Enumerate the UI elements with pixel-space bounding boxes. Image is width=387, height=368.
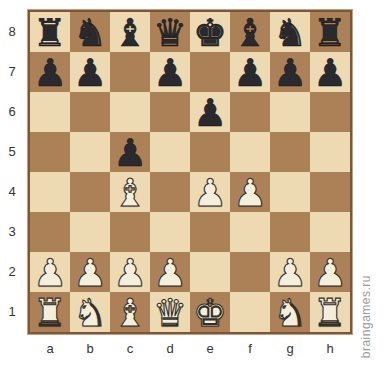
piece-white-pawn[interactable]: ♟: [230, 172, 270, 212]
square-c1[interactable]: ♝: [110, 292, 150, 332]
square-c5[interactable]: ♟: [110, 132, 150, 172]
square-e1[interactable]: ♚: [190, 292, 230, 332]
chess-app: 87654321 ♜♞♝♛♚♝♞♜♟♟♟♟♟♟♟♟♝♟♟♟♟♟♟♟♟♜♞♝♛♚♞…: [0, 0, 387, 368]
square-e4[interactable]: ♟: [190, 172, 230, 212]
square-g3[interactable]: [270, 212, 310, 252]
square-b2[interactable]: ♟: [70, 252, 110, 292]
square-b4[interactable]: [70, 172, 110, 212]
square-a8[interactable]: ♜: [30, 12, 70, 52]
piece-black-knight[interactable]: ♞: [270, 12, 310, 52]
square-a7[interactable]: ♟: [30, 52, 70, 92]
file-labels: abcdefgh: [30, 340, 350, 358]
piece-white-bishop[interactable]: ♝: [110, 172, 150, 212]
piece-white-queen[interactable]: ♛: [150, 292, 190, 332]
square-a6[interactable]: [30, 92, 70, 132]
square-c6[interactable]: [110, 92, 150, 132]
piece-white-pawn[interactable]: ♟: [150, 252, 190, 292]
square-f5[interactable]: [230, 132, 270, 172]
square-f3[interactable]: [230, 212, 270, 252]
piece-black-pawn[interactable]: ♟: [230, 52, 270, 92]
piece-white-pawn[interactable]: ♟: [110, 252, 150, 292]
square-h7[interactable]: ♟: [310, 52, 350, 92]
piece-black-pawn[interactable]: ♟: [270, 52, 310, 92]
piece-black-knight[interactable]: ♞: [70, 12, 110, 52]
file-label-c: c: [110, 340, 150, 358]
square-h6[interactable]: [310, 92, 350, 132]
file-label-g: g: [270, 340, 310, 358]
rank-label-6: 6: [0, 92, 24, 132]
chess-board: ♜♞♝♛♚♝♞♜♟♟♟♟♟♟♟♟♝♟♟♟♟♟♟♟♟♜♞♝♛♚♞♜: [30, 12, 350, 332]
square-a3[interactable]: [30, 212, 70, 252]
piece-white-knight[interactable]: ♞: [70, 292, 110, 332]
file-label-a: a: [30, 340, 70, 358]
square-g4[interactable]: [270, 172, 310, 212]
square-d3[interactable]: [150, 212, 190, 252]
square-g6[interactable]: [270, 92, 310, 132]
square-b5[interactable]: [70, 132, 110, 172]
square-b3[interactable]: [70, 212, 110, 252]
piece-white-pawn[interactable]: ♟: [270, 252, 310, 292]
square-c4[interactable]: ♝: [110, 172, 150, 212]
piece-white-rook[interactable]: ♜: [30, 292, 70, 332]
square-h4[interactable]: [310, 172, 350, 212]
square-d1[interactable]: ♛: [150, 292, 190, 332]
rank-label-8: 8: [0, 12, 24, 52]
rank-label-4: 4: [0, 172, 24, 212]
square-f1[interactable]: [230, 292, 270, 332]
square-h1[interactable]: ♜: [310, 292, 350, 332]
square-f6[interactable]: [230, 92, 270, 132]
piece-black-pawn[interactable]: ♟: [150, 52, 190, 92]
piece-black-rook[interactable]: ♜: [30, 12, 70, 52]
square-h5[interactable]: [310, 132, 350, 172]
piece-white-knight[interactable]: ♞: [270, 292, 310, 332]
piece-white-pawn[interactable]: ♟: [310, 252, 350, 292]
square-a2[interactable]: ♟: [30, 252, 70, 292]
rank-label-1: 1: [0, 292, 24, 332]
square-h8[interactable]: ♜: [310, 12, 350, 52]
square-a5[interactable]: [30, 132, 70, 172]
square-g7[interactable]: ♟: [270, 52, 310, 92]
square-e2[interactable]: [190, 252, 230, 292]
square-h3[interactable]: [310, 212, 350, 252]
piece-black-king[interactable]: ♚: [190, 12, 230, 52]
square-g1[interactable]: ♞: [270, 292, 310, 332]
square-g8[interactable]: ♞: [270, 12, 310, 52]
file-label-h: h: [310, 340, 350, 358]
piece-white-pawn[interactable]: ♟: [70, 252, 110, 292]
file-label-e: e: [190, 340, 230, 358]
square-b8[interactable]: ♞: [70, 12, 110, 52]
square-f2[interactable]: [230, 252, 270, 292]
square-h2[interactable]: ♟: [310, 252, 350, 292]
piece-black-pawn[interactable]: ♟: [70, 52, 110, 92]
piece-black-bishop[interactable]: ♝: [110, 12, 150, 52]
square-b7[interactable]: ♟: [70, 52, 110, 92]
piece-white-rook[interactable]: ♜: [310, 292, 350, 332]
piece-black-bishop[interactable]: ♝: [230, 12, 270, 52]
square-a4[interactable]: [30, 172, 70, 212]
piece-white-pawn[interactable]: ♟: [190, 172, 230, 212]
piece-white-bishop[interactable]: ♝: [110, 292, 150, 332]
square-d2[interactable]: ♟: [150, 252, 190, 292]
board-frame: ♜♞♝♛♚♝♞♜♟♟♟♟♟♟♟♟♝♟♟♟♟♟♟♟♟♜♞♝♛♚♞♜: [28, 10, 352, 334]
square-b1[interactable]: ♞: [70, 292, 110, 332]
square-g5[interactable]: [270, 132, 310, 172]
piece-black-pawn[interactable]: ♟: [310, 52, 350, 92]
square-f7[interactable]: ♟: [230, 52, 270, 92]
square-d5[interactable]: [150, 132, 190, 172]
square-f8[interactable]: ♝: [230, 12, 270, 52]
file-label-f: f: [230, 340, 270, 358]
square-c2[interactable]: ♟: [110, 252, 150, 292]
square-g2[interactable]: ♟: [270, 252, 310, 292]
watermark: braingames.ru: [359, 275, 373, 358]
piece-white-king[interactable]: ♚: [190, 292, 230, 332]
square-e3[interactable]: [190, 212, 230, 252]
square-d8[interactable]: ♛: [150, 12, 190, 52]
file-label-d: d: [150, 340, 190, 358]
piece-black-queen[interactable]: ♛: [150, 12, 190, 52]
rank-label-7: 7: [0, 52, 24, 92]
piece-black-pawn[interactable]: ♟: [110, 132, 150, 172]
rank-labels: 87654321: [0, 12, 24, 332]
square-d6[interactable]: [150, 92, 190, 132]
piece-white-pawn[interactable]: ♟: [30, 252, 70, 292]
square-e7[interactable]: [190, 52, 230, 92]
square-b6[interactable]: [70, 92, 110, 132]
piece-black-rook[interactable]: ♜: [310, 12, 350, 52]
piece-black-pawn[interactable]: ♟: [190, 92, 230, 132]
square-d7[interactable]: ♟: [150, 52, 190, 92]
rank-label-3: 3: [0, 212, 24, 252]
square-c3[interactable]: [110, 212, 150, 252]
square-e6[interactable]: ♟: [190, 92, 230, 132]
square-f4[interactable]: ♟: [230, 172, 270, 212]
square-a1[interactable]: ♜: [30, 292, 70, 332]
square-c8[interactable]: ♝: [110, 12, 150, 52]
rank-label-5: 5: [0, 132, 24, 172]
square-e8[interactable]: ♚: [190, 12, 230, 52]
square-d4[interactable]: [150, 172, 190, 212]
piece-black-pawn[interactable]: ♟: [30, 52, 70, 92]
file-label-b: b: [70, 340, 110, 358]
square-e5[interactable]: [190, 132, 230, 172]
square-c7[interactable]: [110, 52, 150, 92]
rank-label-2: 2: [0, 252, 24, 292]
